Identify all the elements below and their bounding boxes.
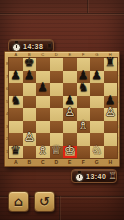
square-b4[interactable] <box>23 108 37 121</box>
square-e3[interactable] <box>63 121 77 134</box>
board-squares: ♚♜♟♟♟♟♟♞♞♟♟♙♙♗♙♛♗♕♔♘ <box>9 58 117 158</box>
square-b3[interactable] <box>23 121 37 134</box>
square-d3[interactable] <box>50 121 64 134</box>
square-f7[interactable]: ♟ <box>77 71 91 84</box>
piece-white-bishop: ♗ <box>37 144 48 156</box>
chess-board: ABCDEFGH 87654321 87654321 ♚♜♟♟♟♟♟♞♞♟♟♙♙… <box>4 51 120 167</box>
square-d6[interactable] <box>50 83 64 96</box>
square-d5[interactable] <box>50 96 64 109</box>
file-label-b: B <box>23 53 37 57</box>
square-f5[interactable] <box>77 96 91 109</box>
square-h5[interactable]: ♟ <box>104 96 118 109</box>
square-c5[interactable] <box>36 96 50 109</box>
restart-icon: ↺ <box>39 195 50 208</box>
piece-white-knight: ♘ <box>91 144 102 156</box>
file-label-e: E <box>63 53 77 57</box>
square-a4[interactable] <box>9 108 23 121</box>
piece-white-pawn: ♙ <box>64 106 75 118</box>
square-a6[interactable] <box>9 83 23 96</box>
square-g7[interactable]: ♟ <box>90 71 104 84</box>
piece-black-knight: ♞ <box>10 94 21 106</box>
square-a5[interactable]: ♞ <box>9 96 23 109</box>
square-a3[interactable] <box>9 121 23 134</box>
square-f4[interactable] <box>77 108 91 121</box>
piece-black-pawn: ♟ <box>78 69 89 81</box>
file-labels-bottom: ABCDEFGH <box>9 160 117 165</box>
file-label-h: H <box>104 53 118 57</box>
square-b8[interactable]: ♚ <box>23 58 37 71</box>
piece-black-rook: ♜ <box>105 56 116 68</box>
piece-white-queen: ♕ <box>51 144 62 156</box>
square-e5[interactable]: ♟ <box>63 96 77 109</box>
square-b6[interactable] <box>23 83 37 96</box>
file-label-f: F <box>77 160 91 165</box>
square-g4[interactable] <box>90 108 104 121</box>
square-b5[interactable] <box>23 96 37 109</box>
square-a1[interactable]: ♛ <box>9 146 23 159</box>
square-h7[interactable] <box>104 71 118 84</box>
square-f3[interactable]: ♗ <box>77 121 91 134</box>
square-c3[interactable] <box>36 121 50 134</box>
piece-white-pawn: ♙ <box>105 106 116 118</box>
square-d2[interactable] <box>50 133 64 146</box>
square-h6[interactable] <box>104 83 118 96</box>
square-c4[interactable] <box>36 108 50 121</box>
square-c1[interactable]: ♗ <box>36 146 50 159</box>
white-timer-chip: 13:40 ♖ <box>71 169 117 183</box>
piece-black-pawn: ♟ <box>91 69 102 81</box>
square-d4[interactable] <box>50 108 64 121</box>
square-g6[interactable] <box>90 83 104 96</box>
square-c8[interactable] <box>36 58 50 71</box>
stopwatch-icon <box>75 171 84 182</box>
square-d8[interactable] <box>50 58 64 71</box>
square-b7[interactable]: ♟ <box>23 71 37 84</box>
square-a8[interactable] <box>9 58 23 71</box>
piece-black-pawn: ♟ <box>37 81 48 93</box>
chess-app-screen: { "game": "chess", "timers": { "top": { … <box>0 0 124 220</box>
white-rook-badge-icon: ♖ <box>108 172 116 181</box>
square-c7[interactable] <box>36 71 50 84</box>
wood-plank-seam <box>87 0 89 13</box>
square-e1[interactable]: ♔ <box>63 146 77 159</box>
black-timer-value: 14:38 <box>23 43 43 50</box>
square-g8[interactable] <box>90 58 104 71</box>
file-label-g: G <box>90 53 104 57</box>
piece-white-pawn: ♙ <box>24 131 35 143</box>
piece-black-pawn: ♟ <box>64 94 75 106</box>
piece-black-pawn: ♟ <box>105 94 116 106</box>
square-e7[interactable] <box>63 71 77 84</box>
piece-black-pawn: ♟ <box>10 69 21 81</box>
square-h4[interactable]: ♙ <box>104 108 118 121</box>
file-label-a: A <box>9 53 23 57</box>
square-a7[interactable]: ♟ <box>9 71 23 84</box>
file-label-c: C <box>36 160 50 165</box>
square-b1[interactable] <box>23 146 37 159</box>
home-button[interactable]: ⌂ <box>8 191 29 212</box>
square-c2[interactable] <box>36 133 50 146</box>
file-labels-top: ABCDEFGH <box>9 53 117 57</box>
square-e6[interactable] <box>63 83 77 96</box>
piece-white-bishop: ♗ <box>78 119 89 131</box>
piece-black-queen: ♛ <box>10 144 21 156</box>
restart-button[interactable]: ↺ <box>34 191 55 212</box>
file-label-d: D <box>50 53 64 57</box>
piece-black-pawn: ♟ <box>24 69 35 81</box>
square-h3[interactable] <box>104 121 118 134</box>
square-g5[interactable] <box>90 96 104 109</box>
stopwatch-icon <box>12 41 21 52</box>
square-g2[interactable] <box>90 133 104 146</box>
square-d1[interactable]: ♕ <box>50 146 64 159</box>
square-h2[interactable] <box>104 133 118 146</box>
file-label-b: B <box>23 160 37 165</box>
square-d7[interactable] <box>50 71 64 84</box>
black-rook-badge-icon: ♜ <box>45 42 53 51</box>
piece-black-knight: ♞ <box>78 81 89 93</box>
wood-plank-seam <box>0 13 124 15</box>
wood-plank-seam <box>59 196 61 220</box>
file-label-a: A <box>9 160 23 165</box>
square-g3[interactable] <box>90 121 104 134</box>
file-label-d: D <box>50 160 64 165</box>
file-label-f: F <box>77 53 91 57</box>
file-label-h: H <box>104 160 118 165</box>
file-label-g: G <box>90 160 104 165</box>
square-h1[interactable] <box>104 146 118 159</box>
square-f2[interactable] <box>77 133 91 146</box>
square-h8[interactable]: ♜ <box>104 58 118 71</box>
home-icon: ⌂ <box>14 195 23 208</box>
file-label-e: E <box>63 160 77 165</box>
piece-black-king: ♚ <box>24 56 35 68</box>
square-f6[interactable]: ♞ <box>77 83 91 96</box>
square-e2[interactable] <box>63 133 77 146</box>
square-c6[interactable]: ♟ <box>36 83 50 96</box>
file-label-c: C <box>36 53 50 57</box>
square-e4[interactable]: ♙ <box>63 108 77 121</box>
square-e8[interactable] <box>63 58 77 71</box>
square-a2[interactable] <box>9 133 23 146</box>
piece-white-king: ♔ <box>64 144 75 156</box>
square-b2[interactable]: ♙ <box>23 133 37 146</box>
white-timer-value: 13:40 <box>86 173 106 180</box>
square-f1[interactable] <box>77 146 91 159</box>
square-g1[interactable]: ♘ <box>90 146 104 159</box>
square-f8[interactable] <box>77 58 91 71</box>
